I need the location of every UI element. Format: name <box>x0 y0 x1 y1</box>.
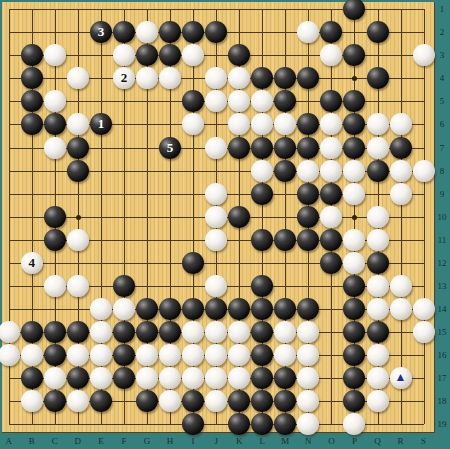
white-stone-O10[interactable] <box>320 206 342 228</box>
white-stone-E17[interactable] <box>90 367 112 389</box>
col-label-C: C <box>49 436 61 446</box>
white-stone-L6[interactable] <box>251 113 273 135</box>
col-label-I: I <box>187 436 199 446</box>
go-board[interactable]: 12345▲ <box>2 2 435 433</box>
col-label-L: L <box>256 436 268 446</box>
white-stone-R9[interactable] <box>390 183 412 205</box>
black-stone-B6[interactable] <box>21 113 43 135</box>
white-stone-O6[interactable] <box>320 113 342 135</box>
row-label-14: 14 <box>435 304 449 314</box>
white-stone-Q7[interactable] <box>367 137 389 159</box>
row-label-12: 12 <box>435 258 449 268</box>
black-stone-L14[interactable] <box>251 298 273 320</box>
black-stone-P16[interactable] <box>343 344 365 366</box>
white-stone-S14[interactable] <box>413 298 435 320</box>
black-stone-D7[interactable] <box>67 137 89 159</box>
white-stone-A15[interactable] <box>0 321 20 343</box>
black-stone-H15[interactable] <box>159 321 181 343</box>
black-stone-N4[interactable] <box>297 67 319 89</box>
white-stone-L5[interactable] <box>251 90 273 112</box>
black-stone-M4[interactable] <box>274 67 296 89</box>
white-stone-P8[interactable] <box>343 160 365 182</box>
white-stone-S15[interactable] <box>413 321 435 343</box>
black-stone-M7[interactable] <box>274 137 296 159</box>
black-stone-B17[interactable] <box>21 367 43 389</box>
white-stone-N8[interactable] <box>297 160 319 182</box>
row-label-15: 15 <box>435 327 449 337</box>
row-label-17: 17 <box>435 373 449 383</box>
black-stone-O5[interactable] <box>320 90 342 112</box>
white-stone-G17[interactable] <box>136 367 158 389</box>
black-stone-H3[interactable] <box>159 44 181 66</box>
black-stone-C10[interactable] <box>44 206 66 228</box>
black-stone-L9[interactable] <box>251 183 273 205</box>
black-stone-F2[interactable] <box>113 21 135 43</box>
black-stone-B15[interactable] <box>21 321 43 343</box>
row-label-10: 10 <box>435 212 449 222</box>
white-stone-J13[interactable] <box>205 275 227 297</box>
white-stone-G16[interactable] <box>136 344 158 366</box>
black-stone-D17[interactable] <box>67 367 89 389</box>
black-stone-I19[interactable] <box>182 413 204 435</box>
black-stone-P6[interactable] <box>343 113 365 135</box>
white-stone-K6[interactable] <box>228 113 250 135</box>
white-stone-B16[interactable] <box>21 344 43 366</box>
black-stone-M5[interactable] <box>274 90 296 112</box>
black-stone-F17[interactable] <box>113 367 135 389</box>
white-stone-K4[interactable] <box>228 67 250 89</box>
col-label-D: D <box>72 436 84 446</box>
black-stone-B5[interactable] <box>21 90 43 112</box>
white-stone-I6[interactable] <box>182 113 204 135</box>
white-stone-N19[interactable] <box>297 413 319 435</box>
black-stone-M18[interactable] <box>274 390 296 412</box>
black-stone-M19[interactable] <box>274 413 296 435</box>
move-number-1: 1 <box>90 113 112 135</box>
white-stone-C7[interactable] <box>44 137 66 159</box>
white-stone-N18[interactable] <box>297 390 319 412</box>
black-stone-I14[interactable] <box>182 298 204 320</box>
row-label-2: 2 <box>435 27 449 37</box>
star-point <box>352 215 357 220</box>
white-stone-O7[interactable] <box>320 137 342 159</box>
move-number-3: 3 <box>90 21 112 43</box>
star-point <box>352 76 357 81</box>
white-stone-J16[interactable] <box>205 344 227 366</box>
black-stone-K19[interactable] <box>228 413 250 435</box>
black-stone-M8[interactable] <box>274 160 296 182</box>
white-stone-O8[interactable] <box>320 160 342 182</box>
black-stone-H2[interactable] <box>159 21 181 43</box>
black-stone-H14[interactable] <box>159 298 181 320</box>
black-stone-O2[interactable] <box>320 21 342 43</box>
black-stone-D8[interactable] <box>67 160 89 182</box>
black-stone-M11[interactable] <box>274 229 296 251</box>
black-stone-M17[interactable] <box>274 367 296 389</box>
black-stone-L17[interactable] <box>251 367 273 389</box>
white-stone-J10[interactable] <box>205 206 227 228</box>
black-stone-R7[interactable] <box>390 137 412 159</box>
white-stone-H4[interactable] <box>159 67 181 89</box>
row-label-6: 6 <box>435 119 449 129</box>
white-stone-C17[interactable] <box>44 367 66 389</box>
black-stone-N6[interactable] <box>297 113 319 135</box>
white-stone-J15[interactable] <box>205 321 227 343</box>
col-label-A: A <box>3 436 15 446</box>
white-stone-M6[interactable] <box>274 113 296 135</box>
black-stone-B4[interactable] <box>21 67 43 89</box>
row-label-4: 4 <box>435 73 449 83</box>
col-label-G: G <box>141 436 153 446</box>
col-label-S: S <box>418 436 430 446</box>
black-stone-P18[interactable] <box>343 390 365 412</box>
white-stone-P12[interactable] <box>343 252 365 274</box>
white-stone-M16[interactable] <box>274 344 296 366</box>
white-stone-D4[interactable] <box>67 67 89 89</box>
black-stone-J14[interactable] <box>205 298 227 320</box>
row-label-19: 19 <box>435 419 449 429</box>
black-stone-P17[interactable] <box>343 367 365 389</box>
white-stone-J17[interactable] <box>205 367 227 389</box>
white-stone-P11[interactable] <box>343 229 365 251</box>
black-stone-J2[interactable] <box>205 21 227 43</box>
white-stone-R6[interactable] <box>390 113 412 135</box>
white-stone-K16[interactable] <box>228 344 250 366</box>
white-stone-K15[interactable] <box>228 321 250 343</box>
row-label-1: 1 <box>435 4 449 14</box>
triangle-marker: ▲ <box>390 366 412 388</box>
col-label-F: F <box>118 436 130 446</box>
white-stone-J5[interactable] <box>205 90 227 112</box>
row-label-18: 18 <box>435 396 449 406</box>
white-stone-A16[interactable] <box>0 344 20 366</box>
col-label-H: H <box>164 436 176 446</box>
black-stone-G14[interactable] <box>136 298 158 320</box>
white-stone-O3[interactable] <box>320 44 342 66</box>
white-stone-R8[interactable] <box>390 160 412 182</box>
white-stone-S3[interactable] <box>413 44 435 66</box>
black-stone-K18[interactable] <box>228 390 250 412</box>
black-stone-O11[interactable] <box>320 229 342 251</box>
black-stone-N14[interactable] <box>297 298 319 320</box>
move-number-5: 5 <box>159 137 181 159</box>
white-stone-Q18[interactable] <box>367 390 389 412</box>
white-stone-Q14[interactable] <box>367 298 389 320</box>
black-stone-G3[interactable] <box>136 44 158 66</box>
grid-line-vertical <box>401 9 402 424</box>
black-stone-P5[interactable] <box>343 90 365 112</box>
white-stone-I17[interactable] <box>182 367 204 389</box>
row-label-3: 3 <box>435 50 449 60</box>
black-stone-L19[interactable] <box>251 413 273 435</box>
white-stone-N17[interactable] <box>297 367 319 389</box>
white-stone-D6[interactable] <box>67 113 89 135</box>
black-stone-P1[interactable] <box>343 0 365 20</box>
white-stone-H18[interactable] <box>159 390 181 412</box>
white-stone-S8[interactable] <box>413 160 435 182</box>
white-stone-I16[interactable] <box>182 344 204 366</box>
white-stone-D16[interactable] <box>67 344 89 366</box>
black-stone-I2[interactable] <box>182 21 204 43</box>
col-label-Q: Q <box>372 436 384 446</box>
black-stone-I12[interactable] <box>182 252 204 274</box>
black-stone-G15[interactable] <box>136 321 158 343</box>
black-stone-K14[interactable] <box>228 298 250 320</box>
black-stone-M14[interactable] <box>274 298 296 320</box>
white-stone-Q10[interactable] <box>367 206 389 228</box>
col-label-O: O <box>325 436 337 446</box>
black-stone-Q15[interactable] <box>367 321 389 343</box>
black-stone-O9[interactable] <box>320 183 342 205</box>
white-stone-N16[interactable] <box>297 344 319 366</box>
black-stone-Q8[interactable] <box>367 160 389 182</box>
black-stone-Q4[interactable] <box>367 67 389 89</box>
white-stone-K17[interactable] <box>228 367 250 389</box>
row-label-5: 5 <box>435 96 449 106</box>
black-stone-F16[interactable] <box>113 344 135 366</box>
white-stone-R14[interactable] <box>390 298 412 320</box>
black-stone-D15[interactable] <box>67 321 89 343</box>
black-stone-L11[interactable] <box>251 229 273 251</box>
black-stone-B3[interactable] <box>21 44 43 66</box>
black-stone-L4[interactable] <box>251 67 273 89</box>
black-stone-L15[interactable] <box>251 321 273 343</box>
black-stone-I18[interactable] <box>182 390 204 412</box>
white-stone-Q11[interactable] <box>367 229 389 251</box>
black-stone-P7[interactable] <box>343 137 365 159</box>
row-label-16: 16 <box>435 350 449 360</box>
black-stone-L16[interactable] <box>251 344 273 366</box>
white-stone-N2[interactable] <box>297 21 319 43</box>
white-stone-E15[interactable] <box>90 321 112 343</box>
black-stone-G18[interactable] <box>136 390 158 412</box>
white-stone-P9[interactable] <box>343 183 365 205</box>
black-stone-N9[interactable] <box>297 183 319 205</box>
white-stone-Q6[interactable] <box>367 113 389 135</box>
white-stone-C13[interactable] <box>44 275 66 297</box>
white-stone-I15[interactable] <box>182 321 204 343</box>
white-stone-F14[interactable] <box>113 298 135 320</box>
white-stone-Q17[interactable] <box>367 367 389 389</box>
black-stone-Q2[interactable] <box>367 21 389 43</box>
col-label-P: P <box>348 436 360 446</box>
black-stone-Q12[interactable] <box>367 252 389 274</box>
row-label-9: 9 <box>435 189 449 199</box>
row-label-8: 8 <box>435 166 449 176</box>
col-label-E: E <box>95 436 107 446</box>
white-stone-E14[interactable] <box>90 298 112 320</box>
black-stone-I5[interactable] <box>182 90 204 112</box>
white-stone-C3[interactable] <box>44 44 66 66</box>
white-stone-Q16[interactable] <box>367 344 389 366</box>
white-stone-B18[interactable] <box>21 390 43 412</box>
move-number-4: 4 <box>21 252 43 274</box>
move-number-2: 2 <box>113 67 135 89</box>
go-board-page: 12345▲ ABCDEFGHIJKLMNOPQRS12345678910111… <box>0 0 450 449</box>
black-stone-L18[interactable] <box>251 390 273 412</box>
col-label-M: M <box>279 436 291 446</box>
white-stone-I3[interactable] <box>182 44 204 66</box>
white-stone-P19[interactable] <box>343 413 365 435</box>
white-stone-Q13[interactable] <box>367 275 389 297</box>
white-stone-J7[interactable] <box>205 137 227 159</box>
col-label-J: J <box>210 436 222 446</box>
black-stone-E18[interactable] <box>90 390 112 412</box>
white-stone-N15[interactable] <box>297 321 319 343</box>
black-stone-N10[interactable] <box>297 206 319 228</box>
grid-line-vertical <box>424 9 425 424</box>
white-stone-E16[interactable] <box>90 344 112 366</box>
white-stone-D18[interactable] <box>67 390 89 412</box>
col-label-B: B <box>26 436 38 446</box>
black-stone-P14[interactable] <box>343 298 365 320</box>
black-stone-N7[interactable] <box>297 137 319 159</box>
black-stone-C16[interactable] <box>44 344 66 366</box>
row-label-11: 11 <box>435 235 449 245</box>
white-stone-M15[interactable] <box>274 321 296 343</box>
white-stone-C5[interactable] <box>44 90 66 112</box>
col-label-R: R <box>395 436 407 446</box>
white-stone-H16[interactable] <box>159 344 181 366</box>
black-stone-N11[interactable] <box>297 229 319 251</box>
row-label-7: 7 <box>435 143 449 153</box>
black-stone-C18[interactable] <box>44 390 66 412</box>
white-stone-L8[interactable] <box>251 160 273 182</box>
white-stone-D11[interactable] <box>67 229 89 251</box>
black-stone-L7[interactable] <box>251 137 273 159</box>
black-stone-C11[interactable] <box>44 229 66 251</box>
col-label-N: N <box>302 436 314 446</box>
white-stone-G2[interactable] <box>136 21 158 43</box>
white-stone-J18[interactable] <box>205 390 227 412</box>
black-stone-P3[interactable] <box>343 44 365 66</box>
black-stone-K7[interactable] <box>228 137 250 159</box>
white-stone-J4[interactable] <box>205 67 227 89</box>
white-stone-K5[interactable] <box>228 90 250 112</box>
white-stone-F3[interactable] <box>113 44 135 66</box>
star-point <box>76 215 81 220</box>
black-stone-P15[interactable] <box>343 321 365 343</box>
black-stone-K10[interactable] <box>228 206 250 228</box>
black-stone-K3[interactable] <box>228 44 250 66</box>
row-label-13: 13 <box>435 281 449 291</box>
white-stone-G4[interactable] <box>136 67 158 89</box>
white-stone-D13[interactable] <box>67 275 89 297</box>
black-stone-C15[interactable] <box>44 321 66 343</box>
black-stone-P13[interactable] <box>343 275 365 297</box>
white-stone-J11[interactable] <box>205 229 227 251</box>
col-label-K: K <box>233 436 245 446</box>
black-stone-C6[interactable] <box>44 113 66 135</box>
white-stone-H17[interactable] <box>159 367 181 389</box>
black-stone-F13[interactable] <box>113 275 135 297</box>
black-stone-O12[interactable] <box>320 252 342 274</box>
black-stone-L13[interactable] <box>251 275 273 297</box>
black-stone-F15[interactable] <box>113 321 135 343</box>
white-stone-R13[interactable] <box>390 275 412 297</box>
white-stone-J9[interactable] <box>205 183 227 205</box>
